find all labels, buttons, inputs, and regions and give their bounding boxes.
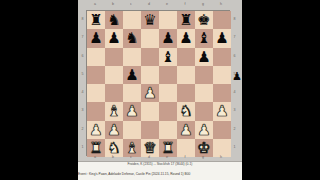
square-c5[interactable]: ♟ bbox=[123, 66, 141, 84]
square-c6[interactable] bbox=[123, 48, 141, 66]
file-label-g: g bbox=[199, 155, 207, 159]
captured-material-tray: ♟ bbox=[232, 66, 242, 82]
black-queen: ♛ bbox=[143, 11, 156, 29]
square-h6[interactable] bbox=[213, 48, 231, 66]
square-g7[interactable]: ♝ bbox=[195, 29, 213, 47]
square-g5[interactable] bbox=[195, 66, 213, 84]
rank-label-2: 2 bbox=[81, 125, 84, 133]
square-e4[interactable] bbox=[159, 84, 177, 102]
square-a2[interactable]: ♟ bbox=[87, 121, 105, 139]
file-label-a: a bbox=[91, 155, 99, 159]
square-d2[interactable] bbox=[141, 121, 159, 139]
white-pawn: ♟ bbox=[215, 102, 228, 120]
white-pawn: ♟ bbox=[107, 121, 120, 139]
rank-label-4: 4 bbox=[233, 88, 236, 96]
players-result-line: Froiden, K (2315) -- Stockfish 17 (3644)… bbox=[78, 162, 242, 166]
rank-label-5: 5 bbox=[81, 70, 84, 78]
square-f5[interactable] bbox=[177, 66, 195, 84]
black-rook: ♜ bbox=[179, 11, 192, 29]
game-info-caption: Froiden, K (2315) -- Stockfish 17 (3644)… bbox=[78, 161, 242, 180]
square-c4[interactable] bbox=[123, 84, 141, 102]
rank-label-3: 3 bbox=[81, 106, 84, 114]
white-bishop: ♝ bbox=[107, 102, 120, 120]
square-d4[interactable]: ♟ bbox=[141, 84, 159, 102]
square-h7[interactable]: ♟ bbox=[213, 29, 231, 47]
file-label-f: f bbox=[181, 2, 189, 6]
square-f2[interactable]: ♟ bbox=[177, 121, 195, 139]
square-d3[interactable] bbox=[141, 102, 159, 120]
square-c8[interactable] bbox=[123, 11, 141, 29]
file-label-a: a bbox=[91, 2, 99, 6]
file-label-f: f bbox=[181, 155, 189, 159]
rank-label-8: 8 bbox=[233, 15, 236, 23]
black-pawn: ♟ bbox=[125, 66, 138, 84]
video-frame: abcdefgh ♜♞♛♜♚♟♟♞♟♟♝♟♝♟♟♟♝♟♞♟♟♟♟♟♜♞♝♛♜♚ … bbox=[0, 0, 320, 180]
file-label-b: b bbox=[109, 2, 117, 6]
black-pawn: ♟ bbox=[161, 29, 174, 47]
rank-label-7: 7 bbox=[233, 33, 236, 41]
file-label-c: c bbox=[127, 155, 135, 159]
black-pawn: ♟ bbox=[107, 29, 120, 47]
square-d8[interactable]: ♛ bbox=[141, 11, 159, 29]
square-b2[interactable]: ♟ bbox=[105, 121, 123, 139]
black-pawn: ♟ bbox=[197, 48, 210, 66]
square-b7[interactable]: ♟ bbox=[105, 29, 123, 47]
square-b3[interactable]: ♝ bbox=[105, 102, 123, 120]
square-d6[interactable] bbox=[141, 48, 159, 66]
black-knight: ♞ bbox=[107, 11, 120, 29]
file-label-g: g bbox=[199, 2, 207, 6]
rank-label-1: 1 bbox=[81, 143, 84, 151]
file-label-e: e bbox=[163, 2, 171, 6]
square-a6[interactable] bbox=[87, 48, 105, 66]
file-label-h: h bbox=[217, 2, 225, 6]
captured-black-pawn-icon: ♟ bbox=[232, 70, 242, 83]
black-pawn: ♟ bbox=[179, 29, 192, 47]
square-a8[interactable]: ♜ bbox=[87, 11, 105, 29]
square-h8[interactable] bbox=[213, 11, 231, 29]
square-d5[interactable] bbox=[141, 66, 159, 84]
square-f3[interactable]: ♞ bbox=[177, 102, 195, 120]
rank-label-6: 6 bbox=[233, 52, 236, 60]
square-g3[interactable] bbox=[195, 102, 213, 120]
file-label-c: c bbox=[127, 2, 135, 6]
white-pawn: ♟ bbox=[89, 121, 102, 139]
square-g4[interactable] bbox=[195, 84, 213, 102]
square-e6[interactable]: ♝ bbox=[159, 48, 177, 66]
square-h5[interactable] bbox=[213, 66, 231, 84]
chess-board[interactable]: ♜♞♛♜♚♟♟♞♟♟♝♟♝♟♟♟♝♟♞♟♟♟♟♟♜♞♝♛♜♚ bbox=[86, 10, 230, 156]
event-opening-line: Event : King's Pawn, Adelaide Defense, C… bbox=[78, 172, 242, 176]
file-label-d: d bbox=[145, 155, 153, 159]
square-e5[interactable] bbox=[159, 66, 177, 84]
square-h3[interactable]: ♟ bbox=[213, 102, 231, 120]
square-b5[interactable] bbox=[105, 66, 123, 84]
file-label-e: e bbox=[163, 155, 171, 159]
black-king: ♚ bbox=[197, 11, 210, 29]
white-pawn: ♟ bbox=[179, 121, 192, 139]
square-c7[interactable]: ♞ bbox=[123, 29, 141, 47]
black-rook: ♜ bbox=[89, 11, 102, 29]
rank-label-7: 7 bbox=[81, 33, 84, 41]
square-e3[interactable] bbox=[159, 102, 177, 120]
white-pawn: ♟ bbox=[143, 84, 156, 102]
rank-label-4: 4 bbox=[81, 88, 84, 96]
square-f7[interactable]: ♟ bbox=[177, 29, 195, 47]
chess-gui-panel: abcdefgh ♜♞♛♜♚♟♟♞♟♟♝♟♝♟♟♟♝♟♞♟♟♟♟♟♜♞♝♛♜♚ … bbox=[78, 0, 242, 180]
square-f4[interactable] bbox=[177, 84, 195, 102]
rank-label-8: 8 bbox=[81, 15, 84, 23]
square-b6[interactable] bbox=[105, 48, 123, 66]
rank-labels-left: 87654321 bbox=[79, 10, 86, 156]
square-e2[interactable] bbox=[159, 121, 177, 139]
file-label-d: d bbox=[145, 2, 153, 6]
square-e7[interactable]: ♟ bbox=[159, 29, 177, 47]
square-b8[interactable]: ♞ bbox=[105, 11, 123, 29]
rank-label-6: 6 bbox=[81, 52, 84, 60]
square-h4[interactable] bbox=[213, 84, 231, 102]
square-d7[interactable] bbox=[141, 29, 159, 47]
square-a3[interactable] bbox=[87, 102, 105, 120]
square-e8[interactable] bbox=[159, 11, 177, 29]
rank-label-3: 3 bbox=[233, 106, 236, 114]
square-a7[interactable]: ♟ bbox=[87, 29, 105, 47]
black-pawn: ♟ bbox=[89, 29, 102, 47]
black-pawn: ♟ bbox=[215, 29, 228, 47]
black-bishop: ♝ bbox=[161, 48, 174, 66]
square-g6[interactable]: ♟ bbox=[195, 48, 213, 66]
square-c2[interactable] bbox=[123, 121, 141, 139]
file-label-b: b bbox=[109, 155, 117, 159]
file-label-h: h bbox=[217, 155, 225, 159]
black-knight: ♞ bbox=[125, 29, 138, 47]
white-pawn: ♟ bbox=[125, 102, 138, 120]
rank-labels-right: 87654321 bbox=[231, 10, 238, 156]
square-a5[interactable] bbox=[87, 66, 105, 84]
square-f8[interactable]: ♜ bbox=[177, 11, 195, 29]
white-pawn: ♟ bbox=[197, 121, 210, 139]
square-c3[interactable]: ♟ bbox=[123, 102, 141, 120]
white-knight: ♞ bbox=[179, 102, 192, 120]
rank-label-1: 1 bbox=[233, 143, 236, 151]
rank-label-2: 2 bbox=[233, 125, 236, 133]
square-b4[interactable] bbox=[105, 84, 123, 102]
square-f6[interactable] bbox=[177, 48, 195, 66]
square-h2[interactable] bbox=[213, 121, 231, 139]
square-a4[interactable] bbox=[87, 84, 105, 102]
square-g2[interactable]: ♟ bbox=[195, 121, 213, 139]
black-bishop: ♝ bbox=[197, 29, 210, 47]
square-g8[interactable]: ♚ bbox=[195, 11, 213, 29]
file-labels-top: abcdefgh bbox=[86, 2, 230, 9]
